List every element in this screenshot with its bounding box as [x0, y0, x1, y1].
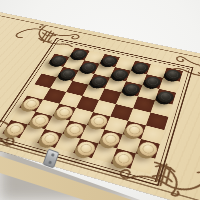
clasp-screw-icon [51, 153, 55, 157]
checkers-board [2, 44, 183, 174]
checkers-set-photo [0, 0, 200, 200]
clasp-screw-icon [48, 161, 52, 165]
